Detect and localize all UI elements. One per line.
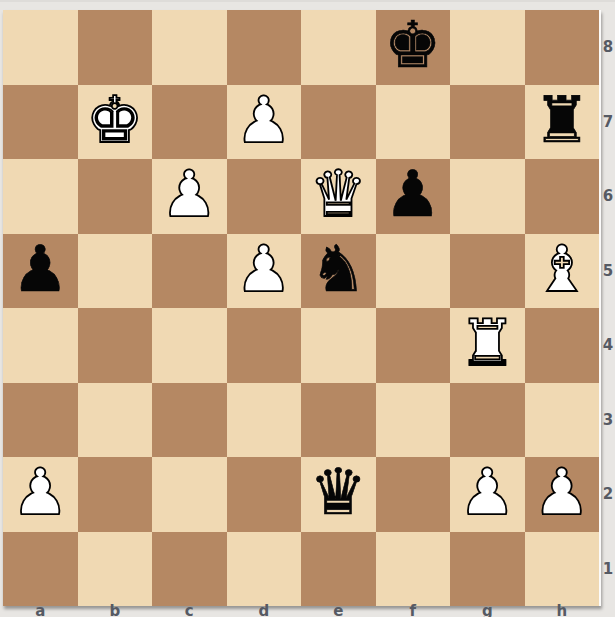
rank-label-4: 4 [601, 308, 615, 383]
square-h3[interactable] [525, 383, 600, 458]
file-label-d: d [227, 602, 302, 617]
square-g4[interactable]: ♜ [450, 308, 525, 383]
square-h2[interactable]: ♟ [525, 457, 600, 532]
file-label-c: c [152, 602, 227, 617]
square-b5[interactable] [78, 234, 153, 309]
square-e3[interactable] [301, 383, 376, 458]
square-f3[interactable] [376, 383, 451, 458]
black-pawn-piece[interactable]: ♟ [12, 234, 69, 307]
square-d3[interactable] [227, 383, 302, 458]
rank-label-5: 5 [601, 234, 615, 309]
square-f2[interactable] [376, 457, 451, 532]
square-a7[interactable] [3, 85, 78, 160]
square-d1[interactable] [227, 532, 302, 607]
black-knight-piece[interactable]: ♞ [310, 234, 367, 307]
square-g8[interactable] [450, 10, 525, 85]
file-label-e: e [301, 602, 376, 617]
square-a8[interactable] [3, 10, 78, 85]
square-c5[interactable] [152, 234, 227, 309]
file-label-a: a [3, 602, 78, 617]
square-a5[interactable]: ♟ [3, 234, 78, 309]
square-e1[interactable] [301, 532, 376, 607]
square-d6[interactable] [227, 159, 302, 234]
square-f7[interactable] [376, 85, 451, 160]
rank-label-2: 2 [601, 457, 615, 532]
square-h5[interactable]: ♝ [525, 234, 600, 309]
square-c7[interactable] [152, 85, 227, 160]
square-d4[interactable] [227, 308, 302, 383]
square-b8[interactable] [78, 10, 153, 85]
square-e8[interactable] [301, 10, 376, 85]
white-queen-piece[interactable]: ♛ [310, 159, 367, 232]
white-pawn-piece[interactable]: ♟ [235, 234, 292, 307]
square-e2[interactable]: ♛ [301, 457, 376, 532]
white-bishop-piece[interactable]: ♝ [533, 234, 590, 307]
square-a1[interactable] [3, 532, 78, 607]
square-g2[interactable]: ♟ [450, 457, 525, 532]
file-label-h: h [525, 602, 600, 617]
square-b2[interactable] [78, 457, 153, 532]
square-h4[interactable] [525, 308, 600, 383]
rank-label-6: 6 [601, 159, 615, 234]
chess-board-screen: ♚♚♟♜♟♛♟♟♟♞♝♜♟♛♟♟ 87654321 abcdefgh [0, 0, 615, 617]
square-g5[interactable] [450, 234, 525, 309]
black-king-piece[interactable]: ♚ [384, 10, 441, 83]
square-b3[interactable] [78, 383, 153, 458]
square-b6[interactable] [78, 159, 153, 234]
rank-label-1: 1 [601, 532, 615, 607]
square-g6[interactable] [450, 159, 525, 234]
square-e5[interactable]: ♞ [301, 234, 376, 309]
white-rook-piece[interactable]: ♜ [459, 308, 516, 381]
square-e7[interactable] [301, 85, 376, 160]
square-d5[interactable]: ♟ [227, 234, 302, 309]
white-pawn-piece[interactable]: ♟ [161, 159, 218, 232]
black-queen-piece[interactable]: ♛ [310, 457, 367, 530]
rank-label-8: 8 [601, 10, 615, 85]
square-a2[interactable]: ♟ [3, 457, 78, 532]
square-b1[interactable] [78, 532, 153, 607]
file-label-b: b [78, 602, 153, 617]
square-g3[interactable] [450, 383, 525, 458]
square-h1[interactable] [525, 532, 600, 607]
black-pawn-piece[interactable]: ♟ [384, 159, 441, 232]
rank-labels: 87654321 [601, 10, 615, 606]
square-f8[interactable]: ♚ [376, 10, 451, 85]
square-a4[interactable] [3, 308, 78, 383]
file-labels: abcdefgh [3, 602, 599, 617]
square-c1[interactable] [152, 532, 227, 607]
square-h8[interactable] [525, 10, 600, 85]
square-c4[interactable] [152, 308, 227, 383]
white-pawn-piece[interactable]: ♟ [235, 85, 292, 158]
square-c2[interactable] [152, 457, 227, 532]
square-e4[interactable] [301, 308, 376, 383]
black-rook-piece[interactable]: ♜ [533, 85, 590, 158]
square-h6[interactable] [525, 159, 600, 234]
square-g1[interactable] [450, 532, 525, 607]
square-b4[interactable] [78, 308, 153, 383]
white-pawn-piece[interactable]: ♟ [533, 457, 590, 530]
square-d7[interactable]: ♟ [227, 85, 302, 160]
square-d2[interactable] [227, 457, 302, 532]
square-f6[interactable]: ♟ [376, 159, 451, 234]
square-d8[interactable] [227, 10, 302, 85]
square-b7[interactable]: ♚ [78, 85, 153, 160]
white-pawn-piece[interactable]: ♟ [12, 457, 69, 530]
square-a3[interactable] [3, 383, 78, 458]
square-f5[interactable] [376, 234, 451, 309]
square-c3[interactable] [152, 383, 227, 458]
square-c8[interactable] [152, 10, 227, 85]
square-f4[interactable] [376, 308, 451, 383]
square-a6[interactable] [3, 159, 78, 234]
square-h7[interactable]: ♜ [525, 85, 600, 160]
square-g7[interactable] [450, 85, 525, 160]
rank-label-3: 3 [601, 383, 615, 458]
white-pawn-piece[interactable]: ♟ [459, 457, 516, 530]
white-king-piece[interactable]: ♚ [86, 85, 143, 158]
rank-label-7: 7 [601, 85, 615, 160]
square-c6[interactable]: ♟ [152, 159, 227, 234]
square-f1[interactable] [376, 532, 451, 607]
file-label-f: f [376, 602, 451, 617]
chess-board: ♚♚♟♜♟♛♟♟♟♞♝♜♟♛♟♟ [3, 10, 601, 606]
file-label-g: g [450, 602, 525, 617]
square-e6[interactable]: ♛ [301, 159, 376, 234]
